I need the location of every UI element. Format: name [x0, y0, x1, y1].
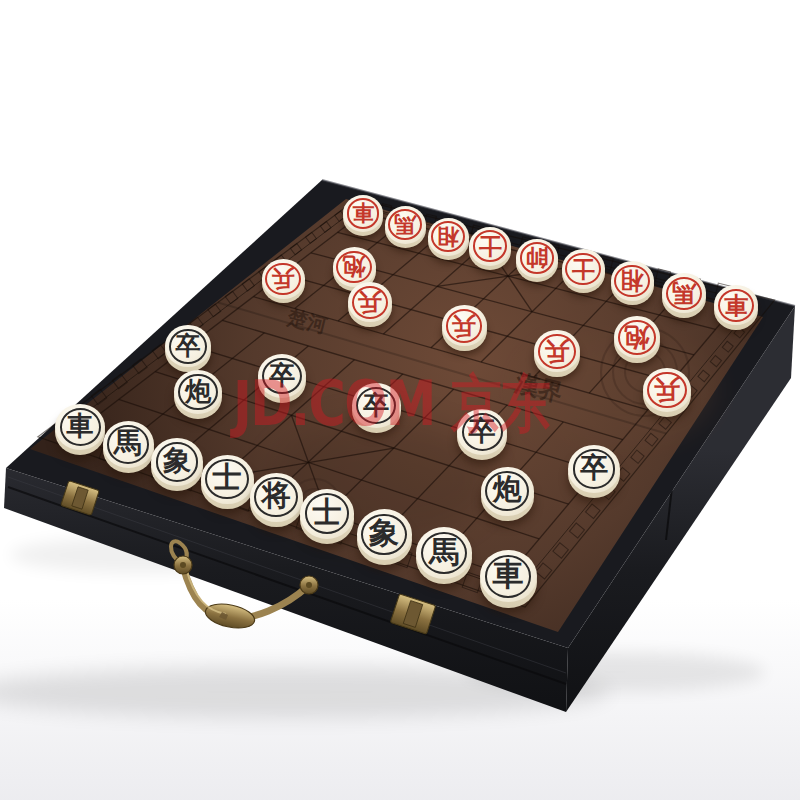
piece-top: 将	[250, 473, 303, 522]
piece-red-horse: 馬	[662, 273, 706, 317]
piece-character: 炮	[625, 325, 650, 350]
piece-top: 兵	[442, 305, 487, 346]
piece-character: 兵	[272, 267, 295, 290]
piece-character: 相	[621, 269, 644, 292]
piece-character: 卒	[176, 333, 201, 358]
piece-black-chariot: 車	[55, 404, 105, 454]
piece-character: 士	[213, 464, 242, 493]
piece-character: 馬	[672, 281, 696, 305]
piece-top: 相	[428, 218, 469, 256]
piece-character: 相	[437, 226, 459, 248]
piece-character: 士	[479, 235, 502, 258]
piece-character: 卒	[580, 454, 608, 482]
piece-character: 馬	[394, 214, 416, 236]
piece-black-soldier: 卒	[568, 445, 620, 497]
piece-character: 炮	[493, 476, 522, 505]
piece-character: 車	[352, 202, 374, 224]
piece-character: 炮	[185, 378, 211, 404]
piece-top: 士	[469, 227, 511, 266]
piece-red-soldier: 兵	[643, 368, 691, 416]
piece-top: 卒	[165, 325, 211, 367]
piece-character: 車	[67, 412, 94, 439]
piece-red-elephant: 相	[428, 218, 469, 259]
piece-red-soldier: 兵	[262, 259, 305, 302]
piece-character: 車	[493, 559, 524, 590]
piece-character: 兵	[358, 290, 382, 314]
piece-top: 炮	[174, 370, 222, 414]
piece-top: 兵	[262, 259, 305, 299]
piece-black-elephant: 象	[151, 438, 203, 490]
piece-character: 象	[369, 518, 399, 548]
piece-red-general: 帥	[516, 239, 558, 281]
jd-watermark: JD.COM 京东	[233, 362, 549, 446]
piece-red-chariot: 車	[343, 195, 383, 235]
piece-character: 兵	[545, 339, 570, 364]
piece-black-elephant: 象	[357, 509, 412, 564]
piece-red-elephant: 相	[611, 261, 654, 304]
piece-top: 兵	[643, 368, 691, 412]
piece-black-soldier: 卒	[165, 325, 211, 371]
piece-black-chariot: 車	[480, 550, 537, 607]
piece-top: 馬	[416, 527, 472, 579]
piece-character: 兵	[452, 314, 476, 338]
piece-red-advisor: 士	[562, 249, 605, 292]
piece-top: 車	[343, 195, 383, 232]
piece-character: 象	[163, 447, 191, 475]
piece-red-chariot: 車	[714, 285, 758, 329]
piece-red-horse: 馬	[385, 206, 426, 247]
piece-top: 象	[151, 438, 203, 486]
piece-black-cannon: 炮	[481, 467, 534, 520]
piece-red-soldier: 兵	[442, 305, 487, 350]
piece-top: 炮	[481, 467, 534, 516]
piece-character: 帥	[526, 247, 549, 270]
piece-red-soldier: 兵	[348, 282, 392, 326]
piece-top: 車	[480, 550, 537, 602]
piece-black-cannon: 炮	[174, 370, 222, 418]
piece-character: 炮	[343, 255, 366, 278]
piece-red-cannon: 炮	[614, 316, 660, 362]
piece-black-horse: 馬	[416, 527, 472, 583]
piece-black-advisor: 士	[300, 489, 354, 543]
piece-character: 士	[313, 498, 342, 527]
piece-red-advisor: 士	[469, 227, 511, 269]
piece-top: 士	[300, 489, 354, 539]
piece-character: 将	[262, 482, 291, 511]
piece-top: 士	[562, 249, 605, 289]
piece-black-horse: 馬	[103, 421, 154, 472]
piece-character: 車	[724, 293, 748, 317]
xiangqi-product-photo: 楚河漢界 車馬相士帥炮士兵相馬兵車兵炮卒兵卒兵炮卒車卒馬象卒士炮将士象馬車 JD…	[0, 0, 800, 800]
piece-character: 士	[572, 257, 595, 280]
piece-top: 馬	[385, 206, 426, 244]
piece-top: 象	[357, 509, 412, 560]
piece-top: 炮	[614, 316, 660, 358]
piece-character: 馬	[429, 537, 459, 567]
piece-top: 卒	[568, 445, 620, 493]
piece-black-advisor: 士	[201, 455, 254, 508]
piece-top: 車	[55, 404, 105, 450]
piece-character: 兵	[654, 377, 680, 403]
piece-top: 馬	[103, 421, 154, 468]
piece-top: 炮	[333, 247, 376, 287]
piece-top: 士	[201, 455, 254, 504]
piece-top: 相	[611, 261, 654, 301]
piece-character: 馬	[114, 429, 142, 457]
piece-top: 帥	[516, 239, 558, 278]
piece-black-general: 将	[250, 473, 303, 526]
